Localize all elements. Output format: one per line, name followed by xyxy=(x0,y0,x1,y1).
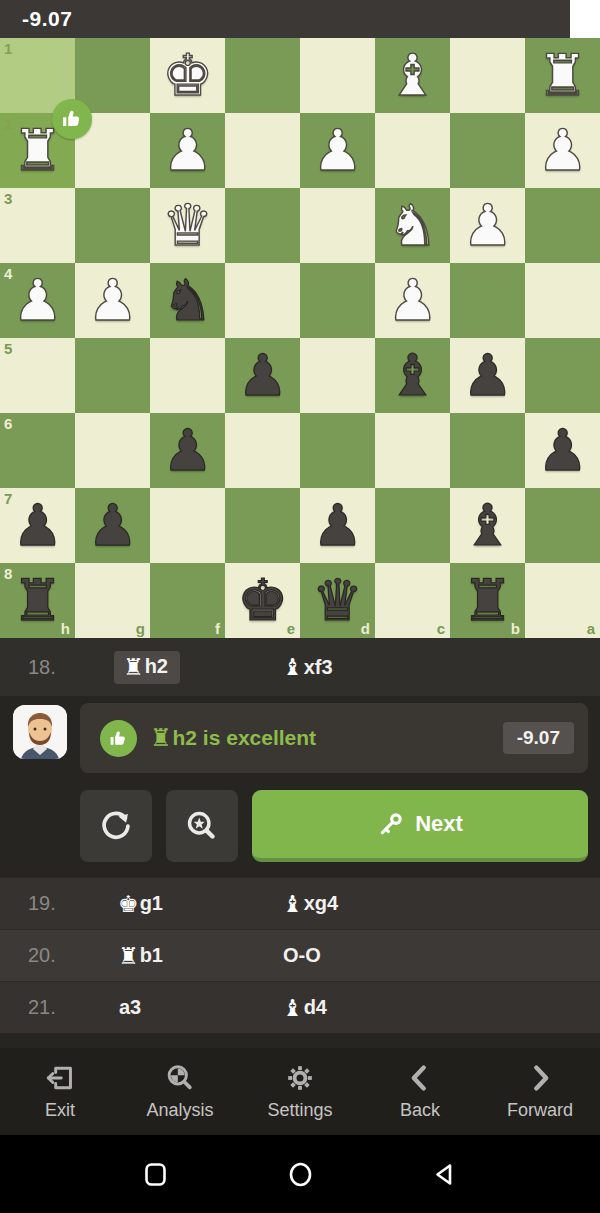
square-h7[interactable]: ♟7 xyxy=(0,488,75,563)
square-c3[interactable]: ♞ xyxy=(375,188,450,263)
bishop-figurine: ♝ xyxy=(282,654,303,680)
next-button-label: Next xyxy=(415,811,463,837)
square-g6[interactable] xyxy=(75,413,150,488)
black-move-text: d4 xyxy=(304,996,327,1019)
black-pawn: ♟ xyxy=(150,413,225,488)
move-row-20[interactable]: 20. ♜ b1 O-O xyxy=(0,929,600,981)
move-number: 18. xyxy=(0,656,90,679)
black-bishop: ♝ xyxy=(450,488,525,563)
square-a6[interactable]: ♟ xyxy=(525,413,600,488)
square-c8[interactable]: c xyxy=(375,563,450,638)
square-a1[interactable]: ♜ xyxy=(525,38,600,113)
square-e2[interactable] xyxy=(225,113,300,188)
section-divider xyxy=(0,1033,600,1048)
move-number: 19. xyxy=(0,892,90,915)
app-screen: -9.07 1♚♝♜♜2♟♟♟3♛♞♟♟4♟♞♟5♟♝♟6♟♟♟7♟♟♝♜8hg… xyxy=(0,0,600,1213)
comment-label: h2 is excellent xyxy=(173,726,317,750)
black-pawn: ♟ xyxy=(525,413,600,488)
chevron-right-icon xyxy=(524,1062,556,1094)
nav-label: Analysis xyxy=(146,1100,213,1121)
selected-move-chip[interactable]: ♜ h2 xyxy=(114,651,180,684)
square-b2[interactable] xyxy=(450,113,525,188)
retry-button[interactable] xyxy=(80,790,152,862)
square-c1[interactable]: ♝ xyxy=(375,38,450,113)
white-rook: ♜ xyxy=(525,38,600,113)
black-bishop: ♝ xyxy=(375,338,450,413)
square-c7[interactable] xyxy=(375,488,450,563)
black-move-text: O-O xyxy=(283,944,321,967)
square-b1[interactable] xyxy=(450,38,525,113)
square-g8[interactable]: g xyxy=(75,563,150,638)
white-pawn: ♟ xyxy=(525,113,600,188)
white-pawn: ♟ xyxy=(300,113,375,188)
android-home-button[interactable] xyxy=(228,1161,373,1188)
square-e8[interactable]: ♚e xyxy=(225,563,300,638)
square-b3[interactable]: ♟ xyxy=(450,188,525,263)
square-d2[interactable]: ♟ xyxy=(300,113,375,188)
move-number: 21. xyxy=(0,996,90,1019)
nav-exit[interactable]: Exit xyxy=(0,1048,120,1135)
white-king: ♚ xyxy=(150,38,225,113)
white-move-text: g1 xyxy=(140,892,163,915)
file-label-c: c xyxy=(437,620,445,637)
evaluation-score: -9.07 xyxy=(0,7,72,31)
rank-label-2: 2 xyxy=(4,115,12,132)
nav-label: Forward xyxy=(507,1100,573,1121)
move-row-21[interactable]: 21. a3 ♝ d4 xyxy=(0,981,600,1033)
white-bishop: ♝ xyxy=(375,38,450,113)
black-knight: ♞ xyxy=(150,263,225,338)
square-f6[interactable]: ♟ xyxy=(150,413,225,488)
nav-analysis[interactable]: Analysis xyxy=(120,1048,240,1135)
black-pawn: ♟ xyxy=(450,338,525,413)
nav-settings[interactable]: Settings xyxy=(240,1048,360,1135)
black-move-text: xg4 xyxy=(304,892,338,915)
square-e3[interactable] xyxy=(225,188,300,263)
square-e6[interactable] xyxy=(225,413,300,488)
king-figurine: ♚ xyxy=(118,891,139,917)
analysis-icon xyxy=(164,1062,196,1094)
square-d3[interactable] xyxy=(300,188,375,263)
white-pawn: ♟ xyxy=(75,263,150,338)
square-c2[interactable] xyxy=(375,113,450,188)
recents-square-icon xyxy=(142,1161,169,1188)
next-button[interactable]: Next xyxy=(252,790,588,862)
comment-text: ♜ h2 is excellent xyxy=(150,724,503,752)
black-move[interactable]: ♝ xf3 xyxy=(282,654,600,680)
square-c4[interactable]: ♟ xyxy=(375,263,450,338)
square-h5[interactable]: 5 xyxy=(0,338,75,413)
square-g7[interactable]: ♟ xyxy=(75,488,150,563)
rook-figurine: ♜ xyxy=(150,724,172,752)
black-move-text: xf3 xyxy=(304,656,333,679)
square-a8[interactable]: a xyxy=(525,563,600,638)
white-pawn: ♟ xyxy=(375,263,450,338)
rank-label-8: 8 xyxy=(4,565,12,582)
rank-label-5: 5 xyxy=(4,340,12,357)
home-circle-icon xyxy=(287,1161,314,1188)
white-move-text: a3 xyxy=(119,996,141,1019)
square-a3[interactable] xyxy=(525,188,600,263)
avatar-illustration xyxy=(13,705,67,759)
square-a7[interactable] xyxy=(525,488,600,563)
black-pawn: ♟ xyxy=(300,488,375,563)
thumbs-up-icon xyxy=(60,107,84,131)
square-d4[interactable] xyxy=(300,263,375,338)
rank-label-4: 4 xyxy=(4,265,12,282)
thumbs-up-icon xyxy=(108,728,129,749)
excellent-move-badge xyxy=(52,99,92,139)
gear-icon xyxy=(284,1062,316,1094)
rank-label-3: 3 xyxy=(4,190,12,207)
nav-back[interactable]: Back xyxy=(360,1048,480,1135)
square-d6[interactable] xyxy=(300,413,375,488)
black-pawn: ♟ xyxy=(225,338,300,413)
evaluation-bar: -9.07 xyxy=(0,0,600,38)
square-g4[interactable]: ♟ xyxy=(75,263,150,338)
thumbs-up-circle xyxy=(100,720,137,757)
nav-label: Exit xyxy=(45,1100,75,1121)
file-label-f: f xyxy=(215,620,220,637)
square-h6[interactable]: 6 xyxy=(0,413,75,488)
android-recents-button[interactable] xyxy=(83,1161,228,1188)
evaluation-chip: -9.07 xyxy=(503,722,574,754)
square-h4[interactable]: ♟4 xyxy=(0,263,75,338)
analysis-section: ♜ h2 is excellent -9.07 xyxy=(0,696,600,877)
bishop-figurine: ♝ xyxy=(282,891,303,917)
black-pawn: ♟ xyxy=(75,488,150,563)
android-back-button[interactable] xyxy=(373,1161,518,1188)
rank-label-6: 6 xyxy=(4,415,12,432)
square-f2[interactable]: ♟ xyxy=(150,113,225,188)
move-row-19[interactable]: 19. ♚ g1 ♝ xg4 xyxy=(0,877,600,929)
square-h8[interactable]: ♜8h xyxy=(0,563,75,638)
square-g5[interactable] xyxy=(75,338,150,413)
chess-board[interactable]: 1♚♝♜♜2♟♟♟3♛♞♟♟4♟♞♟5♟♝♟6♟♟♟7♟♟♝♜8hgf♚e♛dc… xyxy=(0,38,600,638)
square-h3[interactable]: 3 xyxy=(0,188,75,263)
move-number: 20. xyxy=(0,944,90,967)
rank-label-7: 7 xyxy=(4,490,12,507)
square-g1[interactable] xyxy=(75,38,150,113)
square-e1[interactable] xyxy=(225,38,300,113)
back-triangle-icon xyxy=(432,1161,459,1188)
white-pawn: ♟ xyxy=(150,113,225,188)
retry-icon xyxy=(98,808,134,844)
square-b6[interactable] xyxy=(450,413,525,488)
rank-label-1: 1 xyxy=(4,40,12,57)
file-label-a: a xyxy=(587,620,595,637)
square-f4[interactable]: ♞ xyxy=(150,263,225,338)
magnifier-star-icon xyxy=(184,808,220,844)
nav-label: Back xyxy=(400,1100,440,1121)
square-f1[interactable]: ♚ xyxy=(150,38,225,113)
square-a2[interactable]: ♟ xyxy=(525,113,600,188)
exit-icon xyxy=(44,1062,76,1094)
white-queen: ♛ xyxy=(150,188,225,263)
comment-panel: ♜ h2 is excellent -9.07 xyxy=(80,703,588,773)
square-e5[interactable]: ♟ xyxy=(225,338,300,413)
move-row-18[interactable]: 18. ♜ h2 ♝ xf3 xyxy=(0,638,600,696)
square-f5[interactable] xyxy=(150,338,225,413)
white-knight: ♞ xyxy=(375,188,450,263)
chevron-left-icon xyxy=(404,1062,436,1094)
square-a5[interactable] xyxy=(525,338,600,413)
android-system-bar xyxy=(0,1135,600,1213)
hint-button[interactable] xyxy=(166,790,238,862)
file-label-g: g xyxy=(136,620,145,637)
action-buttons: Next xyxy=(0,790,600,862)
square-c5[interactable]: ♝ xyxy=(375,338,450,413)
square-d7[interactable]: ♟ xyxy=(300,488,375,563)
bishop-figurine: ♝ xyxy=(282,995,303,1021)
coach-avatar[interactable] xyxy=(13,705,67,759)
square-e4[interactable] xyxy=(225,263,300,338)
evaluation-white-segment xyxy=(570,0,600,38)
square-d1[interactable] xyxy=(300,38,375,113)
square-c6[interactable] xyxy=(375,413,450,488)
white-rook-figurine: ♜ xyxy=(123,654,144,680)
nav-label: Settings xyxy=(267,1100,332,1121)
white-move-text: b1 xyxy=(140,944,163,967)
square-b7[interactable]: ♝ xyxy=(450,488,525,563)
rook-figurine: ♜ xyxy=(118,943,139,969)
nav-forward[interactable]: Forward xyxy=(480,1048,600,1135)
square-a4[interactable] xyxy=(525,263,600,338)
white-pawn: ♟ xyxy=(450,188,525,263)
square-d5[interactable] xyxy=(300,338,375,413)
square-b8[interactable]: ♜b xyxy=(450,563,525,638)
bottom-navigation: Exit Analysis Settings xyxy=(0,1048,600,1135)
square-d8[interactable]: ♛d xyxy=(300,563,375,638)
file-label-e: e xyxy=(287,620,295,637)
square-f3[interactable]: ♛ xyxy=(150,188,225,263)
square-e7[interactable] xyxy=(225,488,300,563)
square-g3[interactable] xyxy=(75,188,150,263)
key-icon xyxy=(377,811,404,838)
square-f7[interactable] xyxy=(150,488,225,563)
file-label-h: h xyxy=(61,620,70,637)
file-label-b: b xyxy=(511,620,520,637)
square-b5[interactable]: ♟ xyxy=(450,338,525,413)
file-label-d: d xyxy=(361,620,370,637)
square-b4[interactable] xyxy=(450,263,525,338)
white-move-text: h2 xyxy=(145,655,168,678)
square-f8[interactable]: f xyxy=(150,563,225,638)
